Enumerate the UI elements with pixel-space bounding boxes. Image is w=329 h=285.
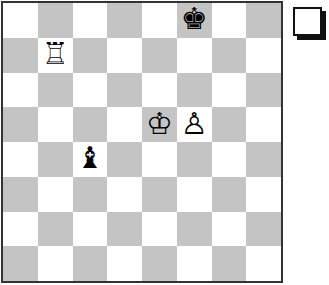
square-f8[interactable]: ♚ bbox=[177, 3, 212, 38]
square-c7[interactable] bbox=[73, 38, 108, 73]
chess-board: ♚♖♔♙♝ bbox=[1, 1, 283, 283]
black-bishop[interactable]: ♝ bbox=[76, 143, 103, 173]
square-c3[interactable] bbox=[73, 177, 108, 212]
square-c1[interactable] bbox=[73, 246, 108, 281]
square-e8[interactable] bbox=[142, 3, 177, 38]
square-d2[interactable] bbox=[107, 212, 142, 247]
square-a4[interactable] bbox=[3, 142, 38, 177]
square-a5[interactable] bbox=[3, 107, 38, 142]
square-d1[interactable] bbox=[107, 246, 142, 281]
square-f6[interactable] bbox=[177, 73, 212, 108]
square-c2[interactable] bbox=[73, 212, 108, 247]
square-c4[interactable]: ♝ bbox=[73, 142, 108, 177]
white-to-move-icon bbox=[293, 7, 322, 36]
square-g5[interactable] bbox=[212, 107, 247, 142]
square-h8[interactable] bbox=[246, 3, 281, 38]
square-f4[interactable] bbox=[177, 142, 212, 177]
square-e6[interactable] bbox=[142, 73, 177, 108]
square-g7[interactable] bbox=[212, 38, 247, 73]
square-e7[interactable] bbox=[142, 38, 177, 73]
square-a7[interactable] bbox=[3, 38, 38, 73]
square-d4[interactable] bbox=[107, 142, 142, 177]
white-king[interactable]: ♔ bbox=[146, 109, 173, 139]
square-b4[interactable] bbox=[38, 142, 73, 177]
square-f3[interactable] bbox=[177, 177, 212, 212]
square-g2[interactable] bbox=[212, 212, 247, 247]
square-c8[interactable] bbox=[73, 3, 108, 38]
square-g1[interactable] bbox=[212, 246, 247, 281]
square-a2[interactable] bbox=[3, 212, 38, 247]
square-b5[interactable] bbox=[38, 107, 73, 142]
square-b3[interactable] bbox=[38, 177, 73, 212]
square-b7[interactable]: ♖ bbox=[38, 38, 73, 73]
square-e3[interactable] bbox=[142, 177, 177, 212]
square-g3[interactable] bbox=[212, 177, 247, 212]
white-pawn[interactable]: ♙ bbox=[181, 109, 208, 139]
square-d5[interactable] bbox=[107, 107, 142, 142]
square-a6[interactable] bbox=[3, 73, 38, 108]
square-d7[interactable] bbox=[107, 38, 142, 73]
square-a1[interactable] bbox=[3, 246, 38, 281]
chess-diagram: ♚♖♔♙♝ bbox=[0, 0, 329, 285]
square-h1[interactable] bbox=[246, 246, 281, 281]
square-e5[interactable]: ♔ bbox=[142, 107, 177, 142]
square-b1[interactable] bbox=[38, 246, 73, 281]
square-h2[interactable] bbox=[246, 212, 281, 247]
square-b8[interactable] bbox=[38, 3, 73, 38]
square-h4[interactable] bbox=[246, 142, 281, 177]
black-king[interactable]: ♚ bbox=[181, 4, 208, 34]
square-e4[interactable] bbox=[142, 142, 177, 177]
square-g6[interactable] bbox=[212, 73, 247, 108]
square-h3[interactable] bbox=[246, 177, 281, 212]
square-a3[interactable] bbox=[3, 177, 38, 212]
square-h7[interactable] bbox=[246, 38, 281, 73]
square-c5[interactable] bbox=[73, 107, 108, 142]
square-a8[interactable] bbox=[3, 3, 38, 38]
square-e1[interactable] bbox=[142, 246, 177, 281]
square-d8[interactable] bbox=[107, 3, 142, 38]
square-e2[interactable] bbox=[142, 212, 177, 247]
square-f1[interactable] bbox=[177, 246, 212, 281]
square-h6[interactable] bbox=[246, 73, 281, 108]
square-g4[interactable] bbox=[212, 142, 247, 177]
square-b2[interactable] bbox=[38, 212, 73, 247]
square-g8[interactable] bbox=[212, 3, 247, 38]
square-f2[interactable] bbox=[177, 212, 212, 247]
square-c6[interactable] bbox=[73, 73, 108, 108]
white-rook[interactable]: ♖ bbox=[42, 39, 69, 69]
square-h5[interactable] bbox=[246, 107, 281, 142]
square-f7[interactable] bbox=[177, 38, 212, 73]
square-d3[interactable] bbox=[107, 177, 142, 212]
square-d6[interactable] bbox=[107, 73, 142, 108]
square-f5[interactable]: ♙ bbox=[177, 107, 212, 142]
square-b6[interactable] bbox=[38, 73, 73, 108]
